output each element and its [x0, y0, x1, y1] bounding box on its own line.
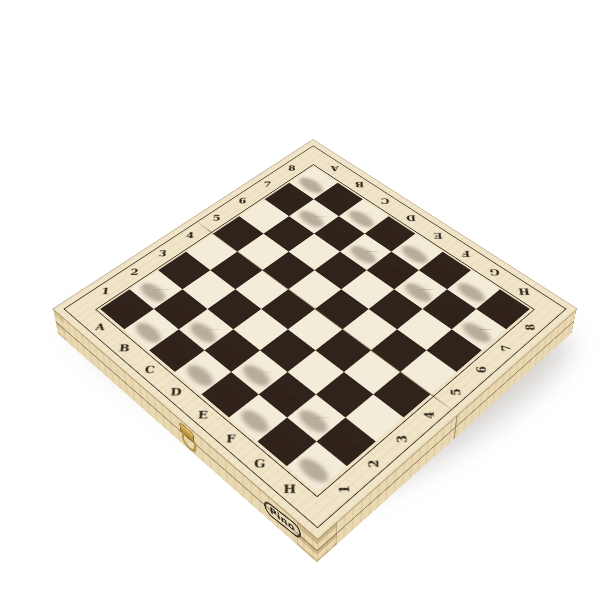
- rank-label-left-7: 7: [264, 180, 272, 189]
- rank-label-left-5: 5: [212, 213, 220, 222]
- rank-label-left-4: 4: [186, 231, 195, 240]
- product-photo-scene: AABBCCDDEEFFGGHH8877665544332211 ♜♞♝♛♚♝♞…: [0, 0, 600, 600]
- rank-label-left-6: 6: [238, 197, 246, 206]
- chess-board: AABBCCDDEEFFGGHH8877665544332211 ♜♞♝♛♚♝♞…: [53, 140, 576, 539]
- finger-joint-bottom: [317, 521, 338, 562]
- brand-logo-text: Pino: [269, 504, 296, 534]
- finger-joint-right: [297, 521, 318, 562]
- finger-joint-left: [53, 310, 67, 342]
- rank-label-left-3: 3: [158, 249, 167, 259]
- clasp-latch-icon: [176, 418, 198, 456]
- fold-seam-side: [454, 414, 458, 439]
